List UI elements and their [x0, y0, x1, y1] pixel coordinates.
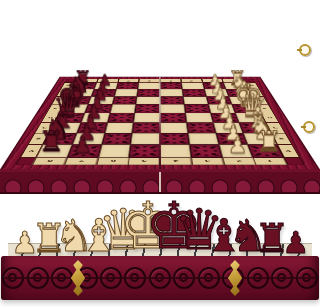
rank-label: 1	[253, 158, 288, 165]
square-h6	[116, 82, 139, 89]
piece-black-rook-a8: ♜	[39, 128, 64, 156]
square-c5	[132, 122, 160, 133]
open-board-photo: 87654321H♜♟♟♜HG♞♟♟♞GF♝♟♟♝FE♚♟♟♚ED♛♟♟♛DC♝…	[0, 0, 320, 197]
rank-label: 7	[64, 158, 98, 165]
square-a4	[160, 145, 191, 158]
square-a3	[189, 145, 222, 158]
square-e3	[184, 104, 210, 113]
square-b5	[131, 133, 160, 145]
square-b6	[101, 133, 132, 145]
square-e5	[135, 104, 160, 113]
square-c6	[104, 122, 133, 133]
folded-board-photo: ♟♜♞♝♛♚♚♛♝♞♜♟	[0, 197, 320, 308]
square-b4	[160, 133, 189, 145]
square-a1: ♜	[248, 145, 284, 158]
square-b3	[188, 133, 219, 145]
rank-label: 4	[160, 158, 192, 165]
piece-white-pawn-a2: ♟	[228, 135, 248, 157]
square-c3	[186, 122, 215, 133]
rank-label: 6	[96, 158, 129, 165]
square-f3	[183, 96, 208, 104]
square-g4	[160, 89, 183, 96]
chess-board: 87654321H♜♟♟♜HG♞♟♟♞GF♝♟♟♝FE♚♟♟♚ED♛♟♟♛DC♝…	[0, 77, 320, 171]
piece-black-pawn-a7: ♟	[73, 135, 93, 157]
square-h4	[160, 82, 182, 89]
square-h5	[138, 82, 160, 89]
square-f6	[112, 96, 137, 104]
square-d6	[107, 113, 135, 123]
rank-label: 5	[128, 158, 160, 165]
piece-white-rook-a1: ♜	[256, 128, 281, 156]
square-g3	[182, 89, 206, 96]
square-e6	[110, 104, 136, 113]
rank-label: 2	[222, 158, 256, 165]
square-d3	[185, 113, 213, 123]
clasp-hook-icon	[299, 44, 311, 56]
frame-corner	[284, 158, 304, 165]
lineup-piece-dark-pawn: ♟	[283, 228, 310, 258]
square-a7: ♟	[67, 145, 101, 158]
square-h3	[181, 82, 204, 89]
square-a6	[98, 145, 131, 158]
square-g6	[114, 89, 138, 96]
square-d5	[134, 113, 160, 123]
clasp-hook-icon	[303, 121, 315, 133]
square-c4	[160, 122, 188, 133]
square-d4	[160, 113, 186, 123]
square-f4	[160, 96, 184, 104]
square-a5	[129, 145, 160, 158]
square-g5	[137, 89, 160, 96]
chess-set-product-photo: 87654321H♜♟♟♜HG♞♟♟♞GF♝♟♟♝FE♚♟♟♚ED♛♟♟♛DC♝…	[0, 0, 320, 308]
board-frame: 87654321H♜♟♟♜HG♞♟♟♞GF♝♟♟♝FE♚♟♟♚ED♛♟♟♛DC♝…	[0, 77, 320, 171]
rank-label: 8	[32, 158, 67, 165]
box-seam	[1, 277, 319, 279]
square-e4	[160, 104, 185, 113]
square-f5	[136, 96, 160, 104]
rank-label: 3	[191, 158, 224, 165]
